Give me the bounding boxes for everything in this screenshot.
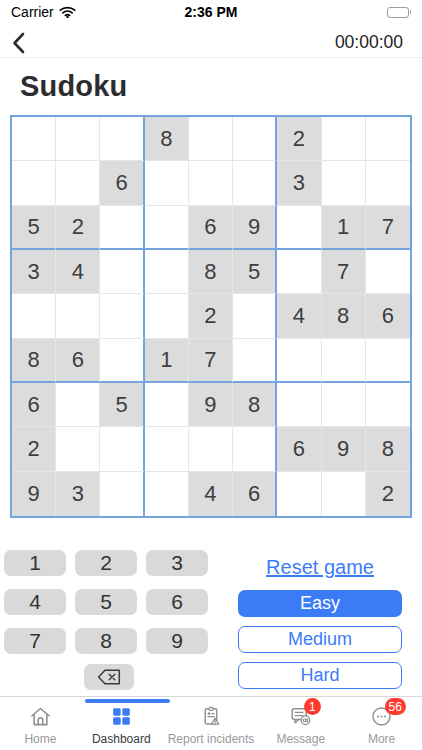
key-5[interactable]: 5 [75,589,137,615]
cell-r5c8[interactable]: 8 [322,294,366,338]
nav-divider [0,57,422,58]
cell-r6c3[interactable] [100,339,144,383]
cell-r4c9[interactable] [366,250,410,294]
tab-home-label: Home [24,732,56,746]
more-badge: 56 [385,698,406,715]
key-2[interactable]: 2 [75,550,137,576]
cell-r4c8[interactable]: 7 [322,250,366,294]
cell-r4c3[interactable] [100,250,144,294]
report-incidents-icon [199,703,224,730]
cell-r1c4[interactable]: 8 [145,117,189,161]
cell-r2c6[interactable] [233,161,277,205]
key-3[interactable]: 3 [146,550,208,576]
cell-r4c2[interactable]: 4 [56,250,100,294]
cell-r2c2[interactable] [56,161,100,205]
cell-r4c4[interactable] [145,250,189,294]
cell-r7c8[interactable] [322,383,366,427]
cell-r6c5[interactable]: 7 [189,339,233,383]
cell-r6c6[interactable] [233,339,277,383]
tab-home[interactable]: Home [0,697,81,750]
cell-r7c2[interactable] [56,383,100,427]
tab-message[interactable]: Message 1 [260,697,341,750]
cell-r5c5[interactable]: 2 [189,294,233,338]
cell-r2c9[interactable] [366,161,410,205]
cell-r1c7[interactable]: 2 [277,117,321,161]
cell-r9c2[interactable]: 3 [56,472,100,516]
cell-r6c2[interactable]: 6 [56,339,100,383]
cell-r7c6[interactable]: 8 [233,383,277,427]
cell-r5c7[interactable]: 4 [277,294,321,338]
cell-r7c9[interactable] [366,383,410,427]
difficulty-easy-button[interactable]: Easy [238,590,402,617]
cell-r3c9[interactable]: 7 [366,206,410,250]
message-badge: 1 [304,698,321,715]
cell-r9c4[interactable] [145,472,189,516]
cell-r8c1[interactable]: 2 [12,427,56,471]
cell-r2c4[interactable] [145,161,189,205]
tab-more[interactable]: More 56 [341,697,422,750]
cell-r5c2[interactable] [56,294,100,338]
cell-r3c5[interactable]: 6 [189,206,233,250]
cell-r3c1[interactable]: 5 [12,206,56,250]
cell-r7c4[interactable] [145,383,189,427]
cell-r6c9[interactable] [366,339,410,383]
tab-message-label: Message [276,732,325,746]
cell-r1c3[interactable] [100,117,144,161]
cell-r8c9[interactable]: 8 [366,427,410,471]
cell-r8c4[interactable] [145,427,189,471]
cell-r7c1[interactable]: 6 [12,383,56,427]
cell-r7c7[interactable] [277,383,321,427]
chevron-left-icon [12,32,25,54]
home-icon [28,703,53,730]
cell-r1c6[interactable] [233,117,277,161]
cell-r7c5[interactable]: 9 [189,383,233,427]
cell-r5c1[interactable] [12,294,56,338]
cell-r2c3[interactable]: 6 [100,161,144,205]
key-6[interactable]: 6 [146,589,208,615]
cell-r3c6[interactable]: 9 [233,206,277,250]
cell-r6c8[interactable] [322,339,366,383]
cell-r6c4[interactable]: 1 [145,339,189,383]
cell-r5c3[interactable] [100,294,144,338]
tab-dashboard-label: Dashboard [92,732,151,746]
status-time: 2:36 PM [0,4,422,20]
cell-r9c8[interactable] [322,472,366,516]
cell-r8c7[interactable]: 6 [277,427,321,471]
number-keypad: 123456789 [4,550,208,654]
cell-r9c6[interactable]: 6 [233,472,277,516]
cell-r8c3[interactable] [100,427,144,471]
cell-r7c3[interactable]: 5 [100,383,144,427]
cell-r4c1[interactable]: 3 [12,250,56,294]
cell-r5c6[interactable] [233,294,277,338]
difficulty-medium-button[interactable]: Medium [238,626,402,653]
cell-r1c8[interactable] [322,117,366,161]
status-bar: Carrier 2:36 PM [0,0,422,24]
cell-r2c5[interactable] [189,161,233,205]
reset-game-link[interactable]: Reset game [238,556,402,579]
cell-r3c8[interactable]: 1 [322,206,366,250]
cell-r1c1[interactable] [12,117,56,161]
cell-r1c9[interactable] [366,117,410,161]
cell-r1c2[interactable] [56,117,100,161]
tab-bar: Home Dashboard Report incidents [0,696,422,750]
cell-r3c7[interactable] [277,206,321,250]
cell-r4c6[interactable]: 5 [233,250,277,294]
backspace-icon [97,669,121,685]
backspace-key[interactable] [84,664,134,690]
cell-r8c2[interactable] [56,427,100,471]
cell-r3c3[interactable] [100,206,144,250]
key-9[interactable]: 9 [146,628,208,654]
tab-report-incidents[interactable]: Report incidents [162,697,261,750]
page-title: Sudoku [20,70,128,103]
cell-r9c9[interactable]: 2 [366,472,410,516]
cell-r9c1[interactable]: 9 [12,472,56,516]
sudoku-board: 826352691734857248686176598269893462 [10,115,412,518]
dashboard-icon [109,703,134,730]
tab-report-incidents-label: Report incidents [168,732,255,746]
cell-r4c5[interactable]: 8 [189,250,233,294]
cell-r8c6[interactable] [233,427,277,471]
cell-r5c9[interactable]: 6 [366,294,410,338]
cell-r2c7[interactable]: 3 [277,161,321,205]
cell-r2c1[interactable] [12,161,56,205]
cell-r9c5[interactable]: 4 [189,472,233,516]
tab-dashboard[interactable]: Dashboard [81,697,162,750]
cell-r9c3[interactable] [100,472,144,516]
back-button[interactable] [12,31,36,55]
cell-r2c8[interactable] [322,161,366,205]
cell-r6c1[interactable]: 8 [12,339,56,383]
cell-r1c5[interactable] [189,117,233,161]
cell-r8c8[interactable]: 9 [322,427,366,471]
key-4[interactable]: 4 [4,589,66,615]
cell-r5c4[interactable] [145,294,189,338]
key-1[interactable]: 1 [4,550,66,576]
tab-more-label: More [368,732,395,746]
cell-r8c5[interactable] [189,427,233,471]
cell-r4c7[interactable] [277,250,321,294]
difficulty-hard-button[interactable]: Hard [238,662,402,689]
cell-r3c4[interactable] [145,206,189,250]
game-timer: 00:00:00 [335,32,403,53]
key-7[interactable]: 7 [4,628,66,654]
nav-bar: 00:00:00 [0,28,422,58]
cell-r9c7[interactable] [277,472,321,516]
key-8[interactable]: 8 [75,628,137,654]
cell-r6c7[interactable] [277,339,321,383]
game-controls: Reset game Easy Medium Hard [238,556,402,698]
cell-r3c2[interactable]: 2 [56,206,100,250]
